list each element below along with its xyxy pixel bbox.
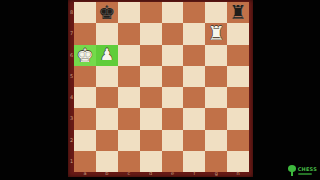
square-a2[interactable] bbox=[74, 130, 96, 151]
chess-board: ♚♜♜♚♟ bbox=[74, 2, 249, 172]
square-d3[interactable] bbox=[140, 108, 162, 129]
square-g1[interactable] bbox=[205, 151, 227, 172]
square-d4[interactable] bbox=[140, 87, 162, 108]
square-c5[interactable] bbox=[118, 66, 140, 87]
rank-coordinates: 87654321 bbox=[68, 2, 74, 172]
square-g6[interactable] bbox=[205, 45, 227, 66]
square-c6[interactable] bbox=[118, 45, 140, 66]
square-c3[interactable] bbox=[118, 108, 140, 129]
square-b8[interactable]: ♚ bbox=[96, 2, 118, 23]
square-a8[interactable] bbox=[74, 2, 96, 23]
white-pawn: ♟ bbox=[100, 47, 114, 63]
video-frame: ♚♜♜♚♟ 87654321 abcdefgh CHESS bbox=[0, 0, 320, 180]
square-e4[interactable] bbox=[162, 87, 184, 108]
square-d1[interactable] bbox=[140, 151, 162, 172]
square-e2[interactable] bbox=[162, 130, 184, 151]
square-g2[interactable] bbox=[205, 130, 227, 151]
black-king: ♚ bbox=[98, 3, 115, 22]
square-e8[interactable] bbox=[162, 2, 184, 23]
rank-label-6: 6 bbox=[69, 53, 74, 58]
square-f4[interactable] bbox=[183, 87, 205, 108]
square-b3[interactable] bbox=[96, 108, 118, 129]
square-g4[interactable] bbox=[205, 87, 227, 108]
square-g3[interactable] bbox=[205, 108, 227, 129]
square-c8[interactable] bbox=[118, 2, 140, 23]
square-e1[interactable] bbox=[162, 151, 184, 172]
square-f1[interactable] bbox=[183, 151, 205, 172]
rank-label-1: 1 bbox=[69, 159, 74, 164]
channel-logo: CHESS bbox=[288, 165, 317, 176]
white-rook: ♜ bbox=[208, 24, 225, 43]
tree-icon bbox=[288, 165, 296, 176]
rank-label-4: 4 bbox=[69, 95, 74, 100]
square-b1[interactable] bbox=[96, 151, 118, 172]
file-label-d: d bbox=[146, 171, 156, 176]
rank-label-7: 7 bbox=[69, 31, 74, 36]
square-d5[interactable] bbox=[140, 66, 162, 87]
square-a4[interactable] bbox=[74, 87, 96, 108]
square-h4[interactable] bbox=[227, 87, 249, 108]
file-label-c: c bbox=[124, 171, 134, 176]
square-c7[interactable] bbox=[118, 23, 140, 44]
logo-title: CHESS bbox=[298, 167, 317, 172]
square-b5[interactable] bbox=[96, 66, 118, 87]
square-a1[interactable] bbox=[74, 151, 96, 172]
square-a5[interactable] bbox=[74, 66, 96, 87]
square-f7[interactable] bbox=[183, 23, 205, 44]
file-label-g: g bbox=[211, 171, 221, 176]
rank-label-8: 8 bbox=[69, 10, 74, 15]
square-d7[interactable] bbox=[140, 23, 162, 44]
file-label-e: e bbox=[168, 171, 178, 176]
square-a3[interactable] bbox=[74, 108, 96, 129]
rank-label-2: 2 bbox=[69, 138, 74, 143]
square-h8[interactable]: ♜ bbox=[227, 2, 249, 23]
board-frame: ♚♜♜♚♟ 87654321 abcdefgh bbox=[68, 0, 253, 177]
file-label-a: a bbox=[80, 171, 90, 176]
square-d2[interactable] bbox=[140, 130, 162, 151]
square-h3[interactable] bbox=[227, 108, 249, 129]
square-f8[interactable] bbox=[183, 2, 205, 23]
square-e6[interactable] bbox=[162, 45, 184, 66]
square-d8[interactable] bbox=[140, 2, 162, 23]
file-label-b: b bbox=[102, 171, 112, 176]
square-c2[interactable] bbox=[118, 130, 140, 151]
white-king: ♚ bbox=[76, 45, 93, 64]
square-f6[interactable] bbox=[183, 45, 205, 66]
file-coordinates: abcdefgh bbox=[74, 172, 249, 177]
square-f2[interactable] bbox=[183, 130, 205, 151]
rank-label-3: 3 bbox=[69, 116, 74, 121]
square-h5[interactable] bbox=[227, 66, 249, 87]
square-f3[interactable] bbox=[183, 108, 205, 129]
logo-subtitle-bar bbox=[298, 173, 312, 175]
square-e7[interactable] bbox=[162, 23, 184, 44]
square-b4[interactable] bbox=[96, 87, 118, 108]
square-g8[interactable] bbox=[205, 2, 227, 23]
square-g5[interactable] bbox=[205, 66, 227, 87]
square-a7[interactable] bbox=[74, 23, 96, 44]
square-c1[interactable] bbox=[118, 151, 140, 172]
square-b6[interactable]: ♟ bbox=[96, 45, 118, 66]
square-b7[interactable] bbox=[96, 23, 118, 44]
file-label-f: f bbox=[189, 171, 199, 176]
square-g7[interactable]: ♜ bbox=[205, 23, 227, 44]
square-e3[interactable] bbox=[162, 108, 184, 129]
rank-label-5: 5 bbox=[69, 74, 74, 79]
square-h1[interactable] bbox=[227, 151, 249, 172]
square-c4[interactable] bbox=[118, 87, 140, 108]
square-a6[interactable]: ♚ bbox=[74, 45, 96, 66]
square-h2[interactable] bbox=[227, 130, 249, 151]
square-b2[interactable] bbox=[96, 130, 118, 151]
square-h7[interactable] bbox=[227, 23, 249, 44]
square-e5[interactable] bbox=[162, 66, 184, 87]
square-f5[interactable] bbox=[183, 66, 205, 87]
square-d6[interactable] bbox=[140, 45, 162, 66]
square-h6[interactable] bbox=[227, 45, 249, 66]
black-rook: ♜ bbox=[230, 3, 247, 22]
file-label-h: h bbox=[233, 171, 243, 176]
